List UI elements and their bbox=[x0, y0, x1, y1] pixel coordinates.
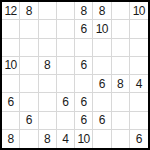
empty-cell-r5c5[interactable] bbox=[75, 75, 93, 93]
empty-cell-r2c8[interactable] bbox=[130, 20, 148, 38]
empty-cell-r1c7[interactable] bbox=[112, 2, 130, 20]
clue-cell-r4c1: 10 bbox=[2, 57, 20, 75]
empty-cell-r6c6[interactable] bbox=[93, 93, 111, 111]
clue-cell-r4c5: 6 bbox=[75, 57, 93, 75]
empty-cell-r3c8[interactable] bbox=[130, 39, 148, 57]
empty-cell-r6c2[interactable] bbox=[20, 93, 38, 111]
empty-cell-r5c2[interactable] bbox=[20, 75, 38, 93]
clue-cell-r8c8: 6 bbox=[130, 130, 148, 148]
clue-cell-r8c3: 8 bbox=[39, 130, 57, 148]
clue-cell-r5c7: 8 bbox=[112, 75, 130, 93]
empty-cell-r3c5[interactable] bbox=[75, 39, 93, 57]
clue-cell-r7c2: 6 bbox=[20, 112, 38, 130]
clue-cell-r7c6: 6 bbox=[93, 112, 111, 130]
empty-cell-r7c7[interactable] bbox=[112, 112, 130, 130]
empty-cell-r4c4[interactable] bbox=[57, 57, 75, 75]
empty-cell-r2c2[interactable] bbox=[20, 20, 38, 38]
empty-cell-r2c7[interactable] bbox=[112, 20, 130, 38]
clue-cell-r8c4: 4 bbox=[57, 130, 75, 148]
clue-cell-r1c8: 10 bbox=[130, 2, 148, 20]
empty-cell-r1c4[interactable] bbox=[57, 2, 75, 20]
empty-cell-r2c3[interactable] bbox=[39, 20, 57, 38]
clue-cell-r2c6: 10 bbox=[93, 20, 111, 38]
empty-cell-r4c8[interactable] bbox=[130, 57, 148, 75]
empty-cell-r6c7[interactable] bbox=[112, 93, 130, 111]
empty-cell-r4c6[interactable] bbox=[93, 57, 111, 75]
empty-cell-r5c3[interactable] bbox=[39, 75, 57, 93]
kuromasu-board: 12888106101086684666666884106 bbox=[0, 0, 150, 150]
empty-cell-r6c3[interactable] bbox=[39, 93, 57, 111]
clue-cell-r4c3: 8 bbox=[39, 57, 57, 75]
empty-cell-r8c6[interactable] bbox=[93, 130, 111, 148]
empty-cell-r7c4[interactable] bbox=[57, 112, 75, 130]
clue-cell-r6c1: 6 bbox=[2, 93, 20, 111]
empty-cell-r8c2[interactable] bbox=[20, 130, 38, 148]
empty-cell-r7c3[interactable] bbox=[39, 112, 57, 130]
empty-cell-r6c8[interactable] bbox=[130, 93, 148, 111]
empty-cell-r4c2[interactable] bbox=[20, 57, 38, 75]
empty-cell-r8c7[interactable] bbox=[112, 130, 130, 148]
empty-cell-r4c7[interactable] bbox=[112, 57, 130, 75]
empty-cell-r7c1[interactable] bbox=[2, 112, 20, 130]
clue-cell-r7c5: 6 bbox=[75, 112, 93, 130]
empty-cell-r3c1[interactable] bbox=[2, 39, 20, 57]
clue-cell-r1c6: 8 bbox=[93, 2, 111, 20]
empty-cell-r2c4[interactable] bbox=[57, 20, 75, 38]
clue-cell-r6c5: 6 bbox=[75, 93, 93, 111]
clue-cell-r5c8: 4 bbox=[130, 75, 148, 93]
clue-cell-r1c5: 8 bbox=[75, 2, 93, 20]
clue-cell-r6c4: 6 bbox=[57, 93, 75, 111]
empty-cell-r3c4[interactable] bbox=[57, 39, 75, 57]
clue-cell-r1c2: 8 bbox=[20, 2, 38, 20]
clue-cell-r8c1: 8 bbox=[2, 130, 20, 148]
empty-cell-r1c3[interactable] bbox=[39, 2, 57, 20]
empty-cell-r3c2[interactable] bbox=[20, 39, 38, 57]
clue-cell-r1c1: 12 bbox=[2, 2, 20, 20]
clue-cell-r5c6: 6 bbox=[93, 75, 111, 93]
empty-cell-r5c4[interactable] bbox=[57, 75, 75, 93]
empty-cell-r7c8[interactable] bbox=[130, 112, 148, 130]
empty-cell-r3c7[interactable] bbox=[112, 39, 130, 57]
empty-cell-r3c6[interactable] bbox=[93, 39, 111, 57]
clue-cell-r2c5: 6 bbox=[75, 20, 93, 38]
empty-cell-r2c1[interactable] bbox=[2, 20, 20, 38]
empty-cell-r3c3[interactable] bbox=[39, 39, 57, 57]
empty-cell-r5c1[interactable] bbox=[2, 75, 20, 93]
clue-cell-r8c5: 10 bbox=[75, 130, 93, 148]
